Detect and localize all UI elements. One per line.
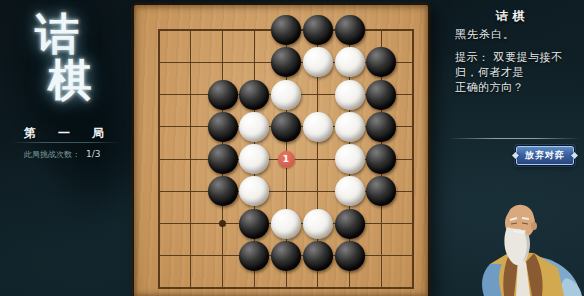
black-stone xyxy=(271,241,301,271)
black-stone xyxy=(239,80,269,110)
sidebar: 诘 棋 第 一 局 此局挑战次数： 1/3 xyxy=(0,0,133,296)
white-stone xyxy=(303,209,333,239)
puzzle-title-char-2: 棋 xyxy=(48,58,92,102)
white-stone xyxy=(303,47,333,77)
white-stone xyxy=(335,47,365,77)
white-stone xyxy=(239,112,269,142)
black-stone xyxy=(239,209,269,239)
panel-divider xyxy=(448,138,580,139)
panel-title: 诘棋 xyxy=(436,8,584,25)
challenge-count-value: 1/3 xyxy=(86,149,100,159)
white-stone xyxy=(335,176,365,206)
black-stone xyxy=(303,241,333,271)
black-stone xyxy=(271,112,301,142)
black-stone xyxy=(366,112,396,142)
black-stone xyxy=(208,112,238,142)
go-board[interactable]: 1 xyxy=(133,4,429,296)
challenge-count-label: 此局挑战次数： xyxy=(24,150,80,159)
black-stone xyxy=(303,15,333,45)
black-stone xyxy=(335,209,365,239)
black-stone xyxy=(208,80,238,110)
white-stone xyxy=(303,112,333,142)
sidebar-divider xyxy=(12,142,120,143)
black-stone xyxy=(239,241,269,271)
black-stone xyxy=(208,144,238,174)
board-grid[interactable]: 1 xyxy=(159,30,413,288)
npc-portrait xyxy=(474,196,584,296)
black-stone xyxy=(208,176,238,206)
black-stone xyxy=(366,80,396,110)
black-stone xyxy=(335,15,365,45)
hint-text: 提示： 双要提与接不归，何者才是 正确的方向？ xyxy=(455,50,583,95)
puzzle-title-char-1: 诘 xyxy=(35,12,79,56)
objective-text: 黑先杀白。 xyxy=(455,27,515,42)
challenge-count: 此局挑战次数： 1/3 xyxy=(24,149,124,160)
hint-line-1: 提示： 双要提与接不归，何者才是 xyxy=(455,50,583,80)
hint-line-2: 正确的方向？ xyxy=(455,80,583,95)
round-label: 第 一 局 xyxy=(0,125,128,142)
game-screen: { "game": { "name": "go-tsumego-puzzle",… xyxy=(0,0,584,296)
give-up-button[interactable]: 放弃对弈 xyxy=(516,146,574,165)
white-stone xyxy=(271,209,301,239)
white-stone xyxy=(271,80,301,110)
white-stone xyxy=(335,80,365,110)
white-stone xyxy=(335,112,365,142)
move-marker[interactable]: 1 xyxy=(278,151,295,168)
black-stone xyxy=(335,241,365,271)
star-point xyxy=(219,220,226,227)
black-stone xyxy=(271,15,301,45)
white-stone xyxy=(335,144,365,174)
